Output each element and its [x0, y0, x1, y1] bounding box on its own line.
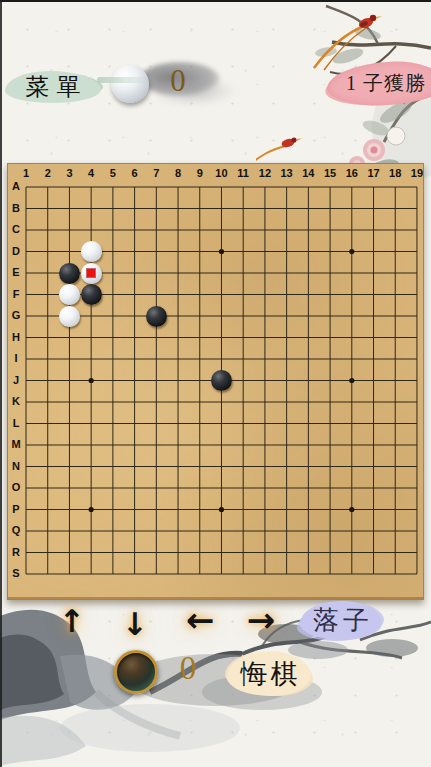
- row-label: L: [9, 417, 23, 429]
- row-label: D: [9, 245, 23, 257]
- column-label: 3: [60, 167, 78, 179]
- arrow-left-icon: ←: [186, 600, 215, 640]
- go-board[interactable]: 12345678910111213141516171819ABCDEFGHIJK…: [7, 163, 424, 600]
- stone-black-J10: [211, 370, 232, 391]
- row-label: F: [9, 288, 23, 300]
- star-point: [349, 507, 354, 512]
- screen-top-frame: [0, 0, 431, 2]
- arrow-down-icon: ↓: [122, 606, 148, 642]
- column-label: 17: [365, 167, 383, 179]
- column-label: 13: [278, 167, 296, 179]
- column-label: 5: [104, 167, 122, 179]
- row-label: E: [9, 266, 23, 278]
- row-label: K: [9, 395, 23, 407]
- row-label: P: [9, 503, 23, 515]
- column-label: 11: [234, 167, 252, 179]
- row-label: Q: [9, 524, 23, 536]
- screen-left-frame: [0, 0, 2, 767]
- column-label: 4: [82, 167, 100, 179]
- row-label: J: [9, 374, 23, 386]
- star-point: [219, 249, 224, 254]
- win-condition-label: 1 子獲勝: [346, 70, 426, 97]
- column-label: 10: [212, 167, 230, 179]
- row-label: N: [9, 460, 23, 472]
- menu-button[interactable]: 菜單: [5, 71, 101, 103]
- row-label: O: [9, 481, 23, 493]
- column-label: 1: [17, 167, 35, 179]
- star-point: [219, 507, 224, 512]
- arrow-right-button[interactable]: →: [239, 598, 283, 642]
- place-stone-label: 落子: [309, 602, 374, 638]
- arrow-right-icon: →: [247, 600, 276, 640]
- column-label: 15: [321, 167, 339, 179]
- column-label: 12: [256, 167, 274, 179]
- undo-button-label: 悔棋: [238, 656, 301, 692]
- column-label: 7: [147, 167, 165, 179]
- stone-black-G7: [146, 306, 167, 327]
- row-label: I: [9, 352, 23, 364]
- row-label: H: [9, 331, 23, 343]
- stone-white-E4: [81, 263, 102, 284]
- stone-black-F4: [81, 284, 102, 305]
- row-label: G: [9, 309, 23, 321]
- arrow-up-button[interactable]: ↑: [50, 599, 94, 643]
- white-capture-count: 0: [160, 65, 196, 96]
- black-capture-count: 0: [170, 652, 206, 685]
- column-label: 9: [191, 167, 209, 179]
- black-stone-icon: [114, 650, 158, 694]
- row-label: R: [9, 546, 23, 558]
- arrow-left-button[interactable]: ←: [178, 598, 222, 642]
- star-point: [89, 507, 94, 512]
- stone-black-E3: [59, 263, 80, 284]
- column-label: 16: [343, 167, 361, 179]
- arrow-up-icon: ↑: [59, 603, 85, 639]
- column-label: 19: [408, 167, 426, 179]
- star-point: [349, 378, 354, 383]
- column-label: 2: [39, 167, 57, 179]
- column-label: 6: [126, 167, 144, 179]
- row-label: C: [9, 223, 23, 235]
- row-label: S: [9, 567, 23, 579]
- menu-button-label: 菜單: [19, 71, 88, 103]
- arrow-down-button[interactable]: ↓: [113, 602, 157, 646]
- star-point: [349, 249, 354, 254]
- stone-white-F3: [59, 284, 80, 305]
- app-screen: 菜單 0 1 子獲勝 12345678910111213141516171819…: [0, 0, 431, 767]
- white-stone-icon: [111, 65, 149, 103]
- column-label: 18: [386, 167, 404, 179]
- row-label: M: [9, 438, 23, 450]
- undo-button[interactable]: 悔棋: [227, 651, 311, 696]
- stone-white-D4: [81, 241, 102, 262]
- last-move-marker: [87, 269, 95, 277]
- place-stone-button[interactable]: 落子: [300, 600, 383, 640]
- column-label: 14: [299, 167, 317, 179]
- column-label: 8: [169, 167, 187, 179]
- row-label: A: [9, 180, 23, 192]
- row-label: B: [9, 202, 23, 214]
- win-condition-banner: 1 子獲勝: [326, 59, 431, 108]
- stone-white-G3: [59, 306, 80, 327]
- star-point: [89, 378, 94, 383]
